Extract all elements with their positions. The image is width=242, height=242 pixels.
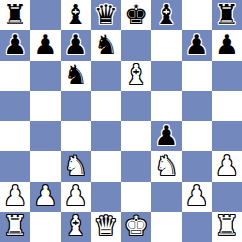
white-rook: ♜ (215, 212, 239, 239)
square-h4[interactable] (212, 121, 242, 151)
square-b3[interactable] (30, 151, 60, 181)
square-e7[interactable] (121, 30, 151, 60)
square-a2[interactable]: ♟ (0, 182, 30, 212)
chess-board: ♜♝♛♚♝♜♟♟♟♞♟♟♞♝♟♞♞♟♟♟♟♟♜♝♛♚♜ (0, 0, 242, 242)
black-king: ♚ (124, 1, 148, 28)
black-queen: ♛ (94, 1, 118, 28)
square-h1[interactable]: ♜ (212, 212, 242, 242)
square-f8[interactable]: ♝ (151, 0, 181, 30)
square-d6[interactable] (91, 61, 121, 91)
square-a8[interactable]: ♜ (0, 0, 30, 30)
square-g8[interactable] (182, 0, 212, 30)
square-h2[interactable] (212, 182, 242, 212)
square-d1[interactable]: ♛ (91, 212, 121, 242)
black-pawn: ♟ (185, 31, 209, 58)
black-knight: ♞ (64, 61, 88, 88)
square-a6[interactable] (0, 61, 30, 91)
square-b8[interactable] (30, 0, 60, 30)
square-a7[interactable]: ♟ (0, 30, 30, 60)
square-c5[interactable] (61, 91, 91, 121)
black-pawn: ♟ (3, 31, 27, 58)
square-b6[interactable] (30, 61, 60, 91)
square-d3[interactable] (91, 151, 121, 181)
black-rook: ♜ (3, 1, 27, 28)
black-bishop: ♝ (154, 1, 178, 28)
square-a5[interactable] (0, 91, 30, 121)
square-c7[interactable]: ♟ (61, 30, 91, 60)
white-queen: ♛ (94, 212, 118, 239)
square-f2[interactable] (151, 182, 181, 212)
square-h3[interactable]: ♟ (212, 151, 242, 181)
white-pawn: ♟ (215, 152, 239, 179)
square-b7[interactable]: ♟ (30, 30, 60, 60)
white-pawn: ♟ (185, 182, 209, 209)
square-b2[interactable]: ♟ (30, 182, 60, 212)
square-f7[interactable] (151, 30, 181, 60)
square-h6[interactable] (212, 61, 242, 91)
white-bishop: ♝ (124, 61, 148, 88)
square-a4[interactable] (0, 121, 30, 151)
square-c1[interactable]: ♝ (61, 212, 91, 242)
white-king: ♚ (124, 212, 148, 239)
white-pawn: ♟ (33, 182, 57, 209)
white-knight: ♞ (64, 152, 88, 179)
square-h7[interactable]: ♟ (212, 30, 242, 60)
square-c2[interactable]: ♟ (61, 182, 91, 212)
white-pawn: ♟ (64, 182, 88, 209)
white-pawn: ♟ (3, 182, 27, 209)
square-e4[interactable] (121, 121, 151, 151)
square-g3[interactable] (182, 151, 212, 181)
white-knight: ♞ (154, 152, 178, 179)
square-c8[interactable]: ♝ (61, 0, 91, 30)
square-a1[interactable]: ♜ (0, 212, 30, 242)
square-g7[interactable]: ♟ (182, 30, 212, 60)
square-e8[interactable]: ♚ (121, 0, 151, 30)
black-rook: ♜ (215, 1, 239, 28)
square-g6[interactable] (182, 61, 212, 91)
square-g4[interactable] (182, 121, 212, 151)
square-b4[interactable] (30, 121, 60, 151)
square-b5[interactable] (30, 91, 60, 121)
square-g1[interactable] (182, 212, 212, 242)
square-e5[interactable] (121, 91, 151, 121)
black-knight: ♞ (94, 31, 118, 58)
square-e6[interactable]: ♝ (121, 61, 151, 91)
square-b1[interactable] (30, 212, 60, 242)
white-bishop: ♝ (64, 212, 88, 239)
black-pawn: ♟ (33, 31, 57, 58)
square-f3[interactable]: ♞ (151, 151, 181, 181)
square-g2[interactable]: ♟ (182, 182, 212, 212)
black-pawn: ♟ (154, 122, 178, 149)
square-d4[interactable] (91, 121, 121, 151)
square-h8[interactable]: ♜ (212, 0, 242, 30)
square-e2[interactable] (121, 182, 151, 212)
square-c4[interactable] (61, 121, 91, 151)
square-d7[interactable]: ♞ (91, 30, 121, 60)
square-c3[interactable]: ♞ (61, 151, 91, 181)
square-f4[interactable]: ♟ (151, 121, 181, 151)
square-e1[interactable]: ♚ (121, 212, 151, 242)
square-c6[interactable]: ♞ (61, 61, 91, 91)
black-pawn: ♟ (215, 31, 239, 58)
square-a3[interactable] (0, 151, 30, 181)
square-d8[interactable]: ♛ (91, 0, 121, 30)
square-d5[interactable] (91, 91, 121, 121)
square-h5[interactable] (212, 91, 242, 121)
square-f5[interactable] (151, 91, 181, 121)
square-f1[interactable] (151, 212, 181, 242)
square-f6[interactable] (151, 61, 181, 91)
square-g5[interactable] (182, 91, 212, 121)
white-rook: ♜ (3, 212, 27, 239)
black-bishop: ♝ (64, 1, 88, 28)
square-d2[interactable] (91, 182, 121, 212)
black-pawn: ♟ (64, 31, 88, 58)
square-e3[interactable] (121, 151, 151, 181)
